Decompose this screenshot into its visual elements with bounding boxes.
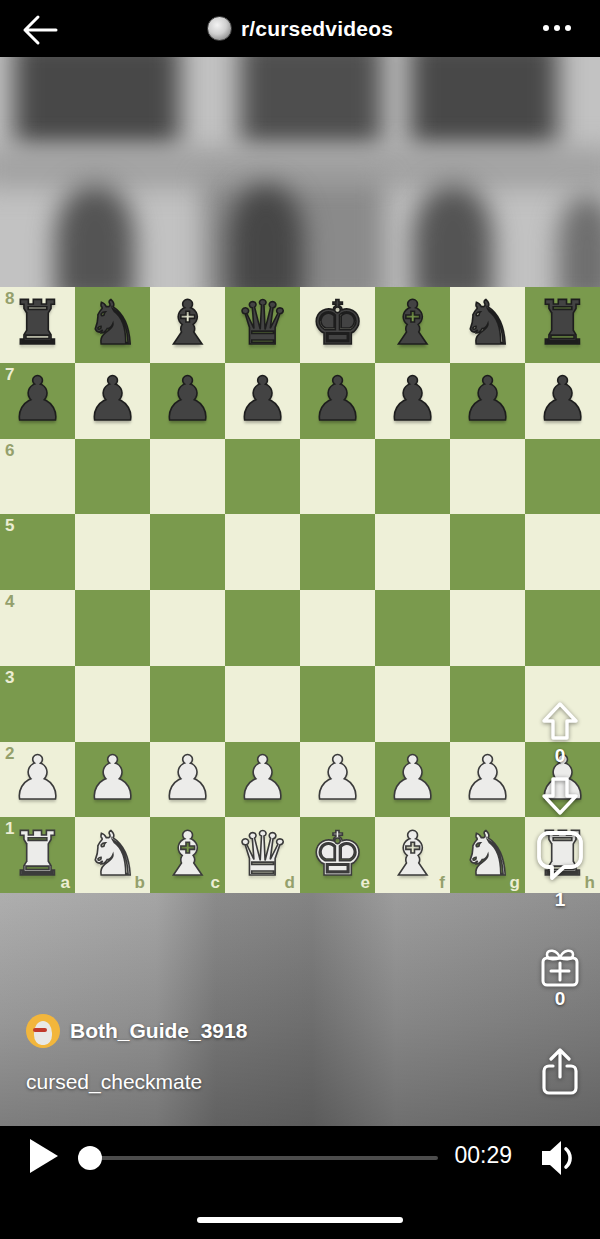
square-d8: ♛ — [225, 287, 300, 363]
square-c8: ♝ — [150, 287, 225, 363]
square-c4 — [150, 590, 225, 666]
square-b6 — [75, 439, 150, 515]
square-e7: ♟ — [300, 363, 375, 439]
piece-wp-a2: ♟ — [0, 742, 75, 818]
piece-br-h8: ♜ — [525, 287, 600, 363]
volume-button[interactable] — [537, 1136, 581, 1180]
blur-shape — [55, 185, 135, 287]
square-e2: ♟ — [300, 742, 375, 818]
piece-wb-c1: ♝ — [150, 817, 225, 893]
blur-shape — [240, 57, 382, 149]
upvote-arrow-icon — [540, 701, 580, 741]
award-gift-icon — [537, 944, 583, 990]
piece-bp-e7: ♟ — [300, 363, 375, 439]
rank-label-4: 4 — [5, 593, 14, 610]
piece-wp-e2: ♟ — [300, 742, 375, 818]
share-button[interactable] — [530, 1047, 590, 1097]
square-e8: ♚ — [300, 287, 375, 363]
square-h8: ♜ — [525, 287, 600, 363]
square-d1: d♛ — [225, 817, 300, 893]
square-e5 — [300, 514, 375, 590]
square-c5 — [150, 514, 225, 590]
square-c1: c♝ — [150, 817, 225, 893]
square-c3 — [150, 666, 225, 742]
piece-wn-b1: ♞ — [75, 817, 150, 893]
square-a8: 8♜ — [0, 287, 75, 363]
square-d2: ♟ — [225, 742, 300, 818]
blurred-video-background-top[interactable] — [0, 57, 600, 287]
subreddit-avatar — [207, 16, 232, 41]
piece-wb-f1: ♝ — [375, 817, 450, 893]
square-d5 — [225, 514, 300, 590]
square-f7: ♟ — [375, 363, 450, 439]
square-b1: b♞ — [75, 817, 150, 893]
upvote-button[interactable] — [530, 701, 590, 741]
rank-label-3: 3 — [5, 669, 14, 686]
piece-wp-f2: ♟ — [375, 742, 450, 818]
piece-wn-g1: ♞ — [450, 817, 525, 893]
piece-bp-g7: ♟ — [450, 363, 525, 439]
square-b3 — [75, 666, 150, 742]
piece-bn-g8: ♞ — [450, 287, 525, 363]
top-nav-bar: r/cursedvideos — [0, 0, 600, 57]
piece-bb-f8: ♝ — [375, 287, 450, 363]
square-g3 — [450, 666, 525, 742]
post-title: cursed_checkmate — [26, 1070, 247, 1094]
downvote-button[interactable] — [530, 776, 590, 816]
square-d6 — [225, 439, 300, 515]
square-g8: ♞ — [450, 287, 525, 363]
user-avatar — [26, 1014, 60, 1048]
square-a7: 7♟ — [0, 363, 75, 439]
piece-bp-b7: ♟ — [75, 363, 150, 439]
blur-shape — [558, 195, 600, 287]
progress-track — [98, 1156, 438, 1160]
piece-wr-a1: ♜ — [0, 817, 75, 893]
comment-count: 1 — [530, 889, 590, 911]
piece-bp-a7: ♟ — [0, 363, 75, 439]
blur-shape — [410, 57, 558, 149]
downvote-arrow-icon — [540, 776, 580, 816]
square-e3 — [300, 666, 375, 742]
square-c6 — [150, 439, 225, 515]
square-f8: ♝ — [375, 287, 450, 363]
square-h5 — [525, 514, 600, 590]
piece-bk-e8: ♚ — [300, 287, 375, 363]
square-e6 — [300, 439, 375, 515]
square-g4 — [450, 590, 525, 666]
post-meta: Both_Guide_3918 cursed_checkmate — [26, 1014, 247, 1094]
share-icon — [537, 1047, 583, 1097]
piece-bn-b8: ♞ — [75, 287, 150, 363]
piece-bp-c7: ♟ — [150, 363, 225, 439]
upvote-count: 0 — [530, 745, 590, 767]
reddit-video-post-screen: r/cursedvideos 8♜♞♝♛♚♝♞♜7♟♟♟♟♟♟♟♟65432♟♟… — [0, 0, 600, 1239]
piece-wp-c2: ♟ — [150, 742, 225, 818]
square-f3 — [375, 666, 450, 742]
square-a5: 5 — [0, 514, 75, 590]
square-e1: e♚ — [300, 817, 375, 893]
square-c2: ♟ — [150, 742, 225, 818]
blur-shape — [14, 57, 180, 149]
home-indicator — [197, 1217, 403, 1223]
play-icon — [30, 1139, 58, 1173]
square-c7: ♟ — [150, 363, 225, 439]
back-button[interactable] — [20, 14, 60, 46]
subreddit-name: r/cursedvideos — [241, 17, 393, 41]
square-h6 — [525, 439, 600, 515]
piece-wq-d1: ♛ — [225, 817, 300, 893]
give-award-button[interactable] — [530, 944, 590, 990]
square-b8: ♞ — [75, 287, 150, 363]
piece-wp-b2: ♟ — [75, 742, 150, 818]
author-username: Both_Guide_3918 — [70, 1019, 247, 1043]
square-a2: 2♟ — [0, 742, 75, 818]
square-f4 — [375, 590, 450, 666]
piece-br-a8: ♜ — [0, 287, 75, 363]
rank-label-5: 5 — [5, 517, 14, 534]
rank-label-6: 6 — [5, 442, 14, 459]
square-a4: 4 — [0, 590, 75, 666]
square-b5 — [75, 514, 150, 590]
square-h4 — [525, 590, 600, 666]
comments-button[interactable] — [530, 829, 590, 883]
award-count: 0 — [530, 988, 590, 1010]
volume-on-icon — [537, 1136, 581, 1180]
comment-bubble-icon — [535, 829, 585, 883]
chess-board: 8♜♞♝♛♚♝♞♜7♟♟♟♟♟♟♟♟65432♟♟♟♟♟♟♟♟1a♜b♞c♝d♛… — [0, 287, 600, 893]
play-button[interactable] — [30, 1139, 60, 1175]
square-g2: ♟ — [450, 742, 525, 818]
piece-bp-d7: ♟ — [225, 363, 300, 439]
square-h7: ♟ — [525, 363, 600, 439]
progress-thumb[interactable] — [78, 1146, 102, 1170]
square-b7: ♟ — [75, 363, 150, 439]
square-b4 — [75, 590, 150, 666]
video-progress-bar[interactable] — [78, 1145, 438, 1171]
square-f2: ♟ — [375, 742, 450, 818]
square-a6: 6 — [0, 439, 75, 515]
square-g7: ♟ — [450, 363, 525, 439]
piece-wp-g2: ♟ — [450, 742, 525, 818]
square-f6 — [375, 439, 450, 515]
piece-bq-d8: ♛ — [225, 287, 300, 363]
piece-bb-c8: ♝ — [150, 287, 225, 363]
author-row[interactable]: Both_Guide_3918 — [26, 1014, 247, 1048]
square-a1: 1a♜ — [0, 817, 75, 893]
video-duration: 00:29 — [438, 1142, 512, 1169]
ellipsis-icon — [543, 25, 549, 31]
square-g5 — [450, 514, 525, 590]
subreddit-header[interactable]: r/cursedvideos — [207, 16, 393, 41]
square-b2: ♟ — [75, 742, 150, 818]
more-options-button[interactable] — [534, 12, 580, 44]
square-f5 — [375, 514, 450, 590]
square-g1: g♞ — [450, 817, 525, 893]
blur-shape — [413, 185, 493, 287]
piece-bp-h7: ♟ — [525, 363, 600, 439]
square-a3: 3 — [0, 666, 75, 742]
square-e4 — [300, 590, 375, 666]
square-f1: f♝ — [375, 817, 450, 893]
arrow-left-icon — [20, 14, 60, 46]
square-d3 — [225, 666, 300, 742]
square-g6 — [450, 439, 525, 515]
blur-shape — [228, 185, 304, 287]
square-d7: ♟ — [225, 363, 300, 439]
piece-wk-e1: ♚ — [300, 817, 375, 893]
square-d4 — [225, 590, 300, 666]
piece-bp-f7: ♟ — [375, 363, 450, 439]
piece-wp-d2: ♟ — [225, 742, 300, 818]
